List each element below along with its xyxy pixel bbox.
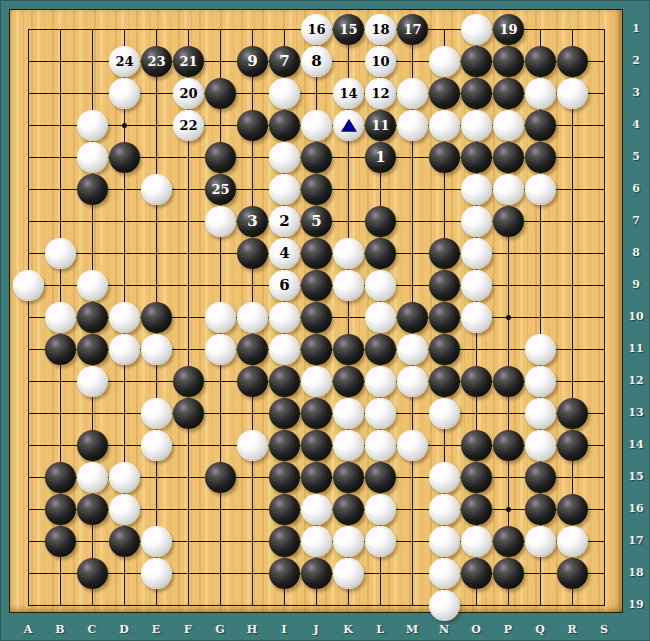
stone-black-L15 (365, 462, 396, 493)
move-number-24: 24 (109, 46, 140, 77)
stone-black-H2: 9 (237, 46, 268, 77)
stone-black-H7: 3 (237, 206, 268, 237)
stone-white-P6 (493, 174, 524, 205)
stone-white-P4 (493, 110, 524, 141)
stone-white-N2 (429, 46, 460, 77)
stone-black-N5 (429, 142, 460, 173)
move-number-10: 10 (365, 46, 396, 77)
move-number-7: 7 (269, 46, 300, 77)
stone-black-F12 (173, 366, 204, 397)
stone-white-L10 (365, 302, 396, 333)
stone-black-J13 (301, 398, 332, 429)
stone-black-L4: 11 (365, 110, 396, 141)
stone-black-Q16 (525, 494, 556, 525)
stone-white-K13 (333, 398, 364, 429)
coord-label-row-5: 5 (624, 150, 648, 164)
stone-black-F13 (173, 398, 204, 429)
stone-black-J9 (301, 270, 332, 301)
move-number-5: 5 (301, 206, 332, 237)
stone-black-G15 (205, 462, 236, 493)
move-number-9: 9 (237, 46, 268, 77)
stone-black-B11 (45, 334, 76, 365)
stone-white-D11 (109, 334, 140, 365)
coord-label-col-G: G (210, 623, 230, 637)
stone-black-O2 (461, 46, 492, 77)
stone-black-J14 (301, 430, 332, 461)
stone-black-J15 (301, 462, 332, 493)
stone-black-R13 (557, 398, 588, 429)
stone-white-O9 (461, 270, 492, 301)
move-number-11: 11 (365, 110, 396, 141)
move-number-17: 17 (397, 14, 428, 45)
stone-white-B10 (45, 302, 76, 333)
stone-white-E18 (141, 558, 172, 589)
coord-label-row-2: 2 (624, 54, 648, 68)
stone-black-P14 (493, 430, 524, 461)
stone-black-E10 (141, 302, 172, 333)
stone-black-N8 (429, 238, 460, 269)
stone-white-J2: 8 (301, 46, 332, 77)
stone-white-Q11 (525, 334, 556, 365)
stone-black-C11 (77, 334, 108, 365)
move-number-25: 25 (205, 174, 236, 205)
move-number-2: 2 (269, 206, 300, 237)
stone-white-L14 (365, 430, 396, 461)
move-number-23: 23 (141, 46, 172, 77)
stone-black-N3 (429, 78, 460, 109)
move-number-4: 4 (269, 238, 300, 269)
stone-white-K14 (333, 430, 364, 461)
stone-black-Q15 (525, 462, 556, 493)
coord-label-col-H: H (242, 623, 262, 637)
coord-label-col-D: D (114, 623, 134, 637)
stone-white-J1: 16 (301, 14, 332, 45)
move-number-12: 12 (365, 78, 396, 109)
stone-black-H12 (237, 366, 268, 397)
stone-white-R17 (557, 526, 588, 557)
stone-black-I15 (269, 462, 300, 493)
stone-black-L11 (365, 334, 396, 365)
stone-white-L12 (365, 366, 396, 397)
stone-white-L1: 18 (365, 14, 396, 45)
stone-black-O18 (461, 558, 492, 589)
stone-black-J5 (301, 142, 332, 173)
stone-white-B8 (45, 238, 76, 269)
stone-black-Q5 (525, 142, 556, 173)
stone-black-H8 (237, 238, 268, 269)
stone-white-R3 (557, 78, 588, 109)
stone-white-G11 (205, 334, 236, 365)
stone-white-F3: 20 (173, 78, 204, 109)
stone-black-P12 (493, 366, 524, 397)
coord-label-row-1: 1 (624, 22, 648, 36)
stone-white-E13 (141, 398, 172, 429)
stone-black-J8 (301, 238, 332, 269)
stone-white-Q3 (525, 78, 556, 109)
stone-black-P5 (493, 142, 524, 173)
stone-white-J12 (301, 366, 332, 397)
stone-white-M3 (397, 78, 428, 109)
move-number-21: 21 (173, 46, 204, 77)
stone-white-I8: 4 (269, 238, 300, 269)
stone-white-H14 (237, 430, 268, 461)
coord-label-row-3: 3 (624, 86, 648, 100)
stone-black-O14 (461, 430, 492, 461)
star-point-D4 (122, 123, 127, 128)
stone-white-K3: 14 (333, 78, 364, 109)
stone-black-E2: 23 (141, 46, 172, 77)
stone-black-B16 (45, 494, 76, 525)
stone-black-M1: 17 (397, 14, 428, 45)
stone-black-D5 (109, 142, 140, 173)
stone-black-K11 (333, 334, 364, 365)
move-number-20: 20 (173, 78, 204, 109)
stone-white-K18 (333, 558, 364, 589)
stone-white-H10 (237, 302, 268, 333)
stone-black-P7 (493, 206, 524, 237)
stone-black-B17 (45, 526, 76, 557)
stone-white-F4: 22 (173, 110, 204, 141)
coord-label-row-16: 16 (624, 502, 648, 516)
coord-label-row-7: 7 (624, 214, 648, 228)
stone-white-M11 (397, 334, 428, 365)
stone-white-M12 (397, 366, 428, 397)
stone-white-N13 (429, 398, 460, 429)
stone-white-G7 (205, 206, 236, 237)
stone-white-I11 (269, 334, 300, 365)
stone-white-N19 (429, 590, 460, 621)
stone-white-I5 (269, 142, 300, 173)
stone-white-C15 (77, 462, 108, 493)
stone-white-E6 (141, 174, 172, 205)
coord-label-col-R: R (562, 623, 582, 637)
coord-label-row-12: 12 (624, 374, 648, 388)
stone-black-D17 (109, 526, 140, 557)
coord-label-row-13: 13 (624, 406, 648, 420)
stone-white-D3 (109, 78, 140, 109)
stone-white-L9 (365, 270, 396, 301)
coord-label-col-J: J (306, 623, 326, 637)
coord-label-row-18: 18 (624, 566, 648, 580)
stone-white-K17 (333, 526, 364, 557)
stone-white-E14 (141, 430, 172, 461)
coord-label-col-M: M (402, 623, 422, 637)
stone-white-C4 (77, 110, 108, 141)
stone-black-G5 (205, 142, 236, 173)
coord-label-col-K: K (338, 623, 358, 637)
stone-black-K12 (333, 366, 364, 397)
stone-black-I13 (269, 398, 300, 429)
stone-black-I16 (269, 494, 300, 525)
stone-black-J18 (301, 558, 332, 589)
stone-black-O12 (461, 366, 492, 397)
stone-white-N16 (429, 494, 460, 525)
stone-white-K4 (333, 110, 364, 141)
stone-black-P18 (493, 558, 524, 589)
stone-black-G6: 25 (205, 174, 236, 205)
coord-label-row-14: 14 (624, 438, 648, 452)
stone-black-H11 (237, 334, 268, 365)
coord-label-col-N: N (434, 623, 454, 637)
stone-black-I18 (269, 558, 300, 589)
coord-label-row-4: 4 (624, 118, 648, 132)
stone-white-Q13 (525, 398, 556, 429)
stone-white-A9 (13, 270, 44, 301)
stone-black-I4 (269, 110, 300, 141)
stone-white-M4 (397, 110, 428, 141)
move-number-18: 18 (365, 14, 396, 45)
stone-white-O8 (461, 238, 492, 269)
stone-white-N17 (429, 526, 460, 557)
stone-black-C10 (77, 302, 108, 333)
stone-black-R2 (557, 46, 588, 77)
stone-white-L2: 10 (365, 46, 396, 77)
stone-black-I12 (269, 366, 300, 397)
stone-black-J10 (301, 302, 332, 333)
coord-label-col-I: I (274, 623, 294, 637)
move-number-8: 8 (301, 46, 332, 77)
coord-label-col-L: L (370, 623, 390, 637)
coord-label-col-S: S (594, 623, 614, 637)
stone-white-O17 (461, 526, 492, 557)
stone-black-H4 (237, 110, 268, 141)
coord-label-col-E: E (146, 623, 166, 637)
stone-black-R14 (557, 430, 588, 461)
stone-white-D2: 24 (109, 46, 140, 77)
stone-black-L5: 1 (365, 142, 396, 173)
coord-label-col-F: F (178, 623, 198, 637)
stone-black-C18 (77, 558, 108, 589)
stone-white-I3 (269, 78, 300, 109)
stone-white-C12 (77, 366, 108, 397)
stone-white-D10 (109, 302, 140, 333)
move-number-3: 3 (237, 206, 268, 237)
stone-black-O16 (461, 494, 492, 525)
stone-black-Q4 (525, 110, 556, 141)
stone-white-C5 (77, 142, 108, 173)
stone-black-R16 (557, 494, 588, 525)
move-number-6: 6 (269, 270, 300, 301)
stone-white-E11 (141, 334, 172, 365)
coord-label-row-6: 6 (624, 182, 648, 196)
stone-white-Q12 (525, 366, 556, 397)
coord-label-col-B: B (50, 623, 70, 637)
stone-black-N11 (429, 334, 460, 365)
stone-black-M10 (397, 302, 428, 333)
stone-black-P3 (493, 78, 524, 109)
stone-black-L8 (365, 238, 396, 269)
stone-black-I2: 7 (269, 46, 300, 77)
stone-black-L7 (365, 206, 396, 237)
stone-white-O6 (461, 174, 492, 205)
stone-white-D15 (109, 462, 140, 493)
stone-white-N4 (429, 110, 460, 141)
stone-black-J11 (301, 334, 332, 365)
stone-white-K9 (333, 270, 364, 301)
stone-white-L16 (365, 494, 396, 525)
stone-white-O7 (461, 206, 492, 237)
coord-label-row-10: 10 (624, 310, 648, 324)
stone-black-N9 (429, 270, 460, 301)
stone-black-C6 (77, 174, 108, 205)
stone-black-G3 (205, 78, 236, 109)
move-number-14: 14 (333, 78, 364, 109)
stone-white-M14 (397, 430, 428, 461)
coord-label-row-15: 15 (624, 470, 648, 484)
stone-black-P1: 19 (493, 14, 524, 45)
stone-white-L17 (365, 526, 396, 557)
coord-label-col-C: C (82, 623, 102, 637)
stone-black-O15 (461, 462, 492, 493)
go-game-viewer: 161518171924232197810201412221112532546 … (0, 0, 650, 641)
stone-black-R18 (557, 558, 588, 589)
stone-white-J17 (301, 526, 332, 557)
coord-label-row-17: 17 (624, 534, 648, 548)
stone-black-I14 (269, 430, 300, 461)
stone-white-O1 (461, 14, 492, 45)
stone-black-J6 (301, 174, 332, 205)
stone-white-L3: 12 (365, 78, 396, 109)
move-number-16: 16 (301, 14, 332, 45)
stone-black-C16 (77, 494, 108, 525)
triangle-marker (341, 118, 357, 131)
stone-white-N18 (429, 558, 460, 589)
stone-white-J4 (301, 110, 332, 141)
stone-black-J7: 5 (301, 206, 332, 237)
stone-white-K8 (333, 238, 364, 269)
move-number-15: 15 (333, 14, 364, 45)
stone-black-K15 (333, 462, 364, 493)
stone-black-P17 (493, 526, 524, 557)
stone-white-E17 (141, 526, 172, 557)
stone-white-G10 (205, 302, 236, 333)
stone-white-I9: 6 (269, 270, 300, 301)
coord-label-col-O: O (466, 623, 486, 637)
stone-white-C9 (77, 270, 108, 301)
stone-white-Q17 (525, 526, 556, 557)
stone-black-C14 (77, 430, 108, 461)
coord-label-col-A: A (18, 623, 38, 637)
move-number-1: 1 (365, 142, 396, 173)
coord-label-col-P: P (498, 623, 518, 637)
stone-black-B15 (45, 462, 76, 493)
stone-black-Q2 (525, 46, 556, 77)
coord-label-col-Q: Q (530, 623, 550, 637)
stone-white-O10 (461, 302, 492, 333)
stone-white-D16 (109, 494, 140, 525)
stone-black-O3 (461, 78, 492, 109)
stone-black-O5 (461, 142, 492, 173)
coord-label-row-9: 9 (624, 278, 648, 292)
stone-black-N10 (429, 302, 460, 333)
stone-white-L13 (365, 398, 396, 429)
stone-black-F2: 21 (173, 46, 204, 77)
stone-white-Q14 (525, 430, 556, 461)
stone-white-Q6 (525, 174, 556, 205)
star-point-P16 (506, 507, 511, 512)
coord-label-row-11: 11 (624, 342, 648, 356)
move-number-19: 19 (493, 14, 524, 45)
stone-black-P2 (493, 46, 524, 77)
stone-white-I10 (269, 302, 300, 333)
stone-white-O4 (461, 110, 492, 141)
coord-label-row-19: 19 (624, 598, 648, 612)
coord-label-row-8: 8 (624, 246, 648, 260)
stone-white-N15 (429, 462, 460, 493)
stone-black-N12 (429, 366, 460, 397)
stone-black-K16 (333, 494, 364, 525)
stone-black-I17 (269, 526, 300, 557)
star-point-P10 (506, 315, 511, 320)
move-number-22: 22 (173, 110, 204, 141)
stone-white-I7: 2 (269, 206, 300, 237)
stone-white-I6 (269, 174, 300, 205)
stone-white-J16 (301, 494, 332, 525)
stone-black-K1: 15 (333, 14, 364, 45)
